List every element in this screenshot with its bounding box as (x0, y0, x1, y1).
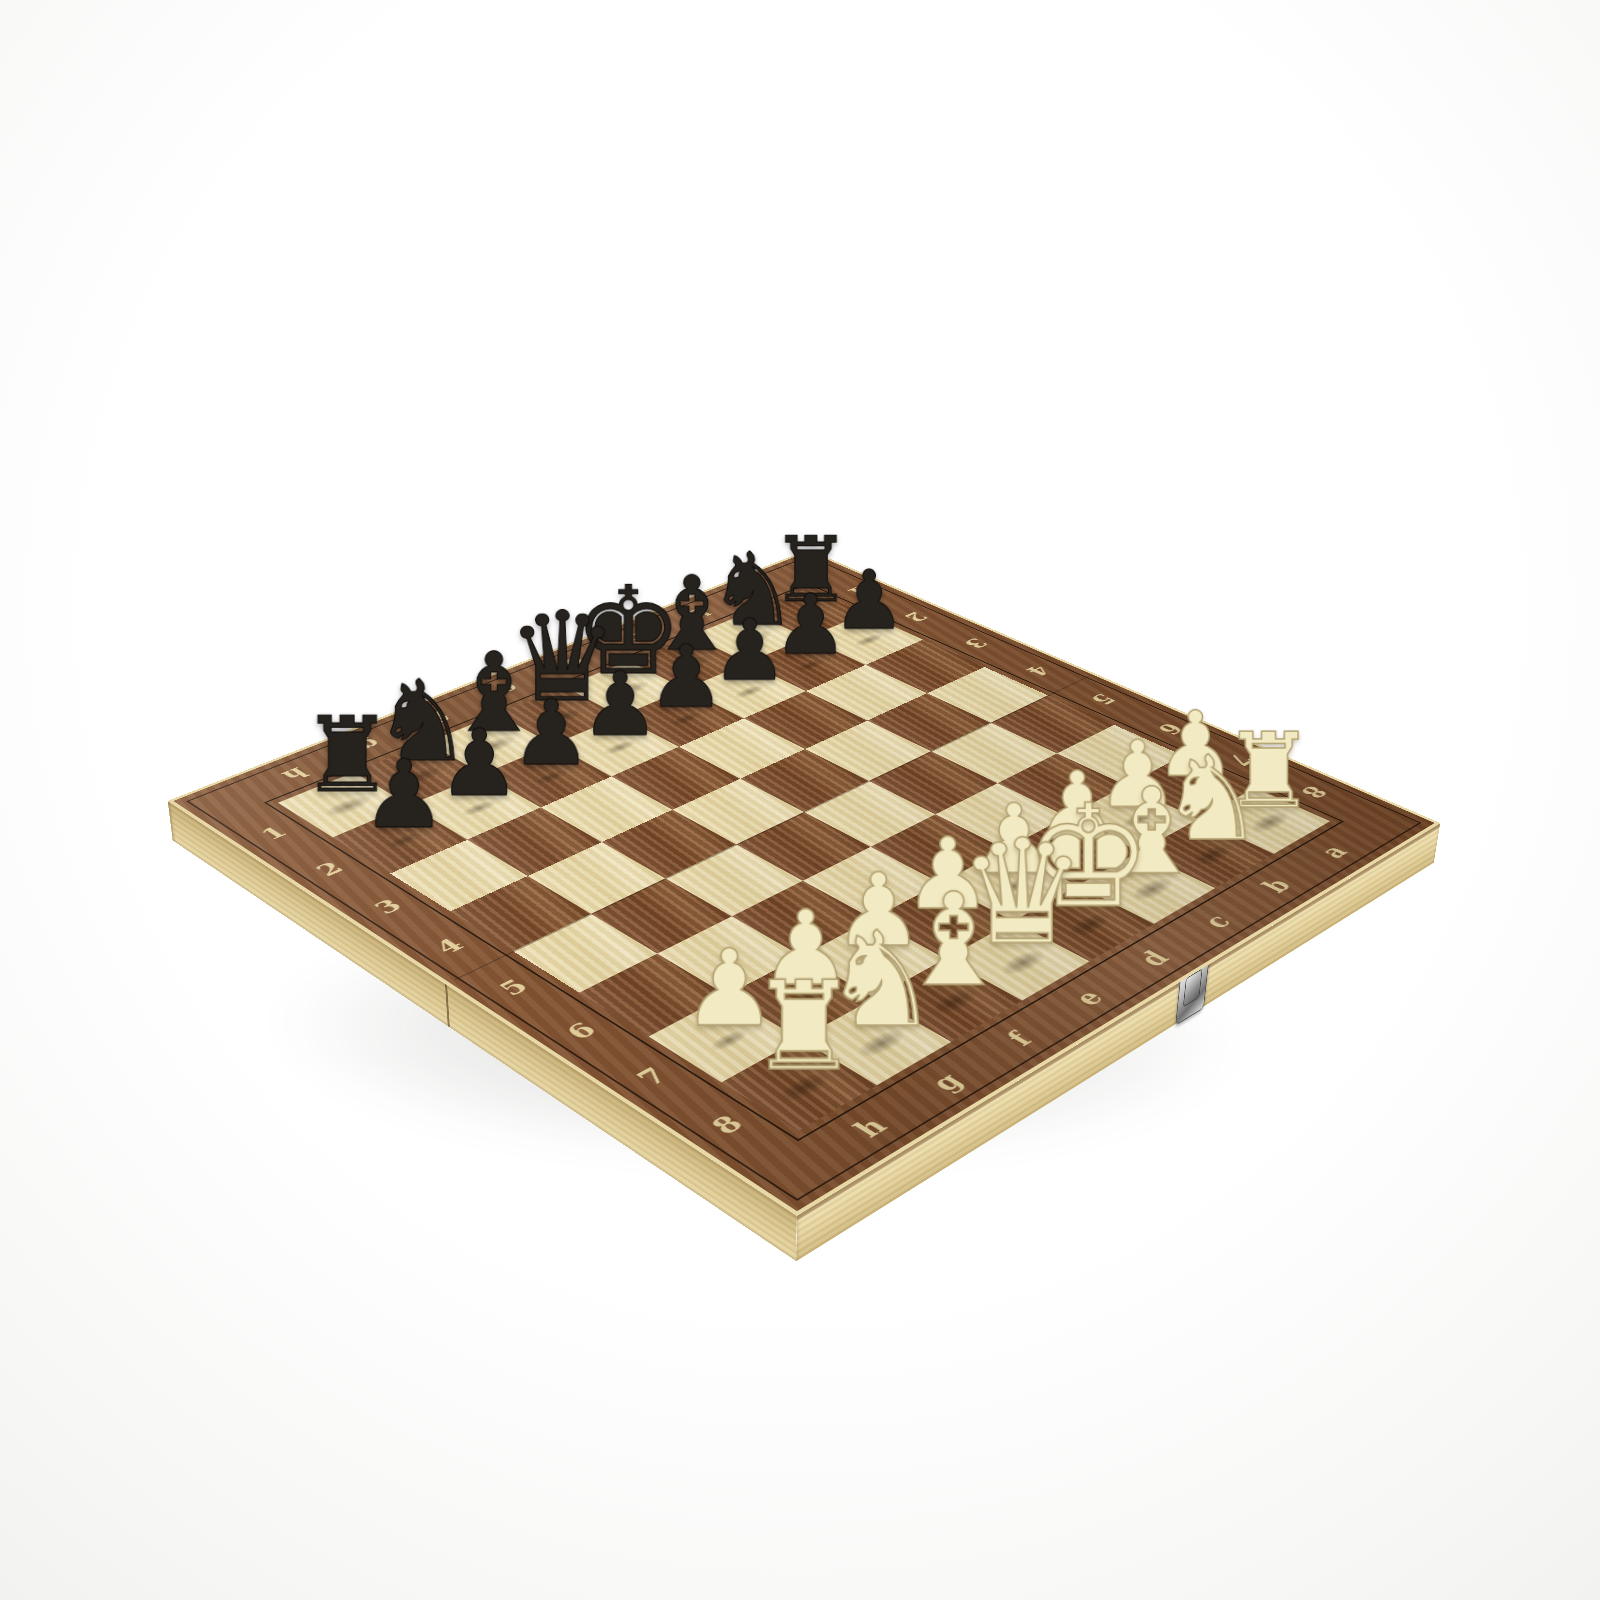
clasp-hook (1183, 968, 1203, 1007)
chess-grid: ♜♞♝♛♚♝♞♜♟♟♟♟♟♟♟♟♟♟♟♟♟♟♟♟♜♞♝♛♚♝♞♜ (278, 588, 1330, 1131)
piece-white-rook: ♜ (749, 969, 859, 1087)
fold-seam-side (445, 984, 450, 1028)
photo-tilt-wrapper: hgfedcba hgfedcba 12345678 12345678 ♜♞♝♛… (0, 0, 1600, 1600)
piece-black-pawn: ♟ (437, 720, 520, 808)
piece-black-pawn: ♟ (510, 691, 591, 778)
piece-black-pawn: ♟ (580, 663, 659, 748)
board-3d: hgfedcba hgfedcba 12345678 12345678 ♜♞♝♛… (168, 549, 1441, 1215)
chess-set-product-photo: { "game": "chess", "scene": { "type": "p… (0, 0, 1600, 1600)
board-top-face: hgfedcba hgfedcba 12345678 12345678 ♜♞♝♛… (168, 549, 1441, 1215)
piece-black-pawn: ♟ (361, 750, 445, 840)
